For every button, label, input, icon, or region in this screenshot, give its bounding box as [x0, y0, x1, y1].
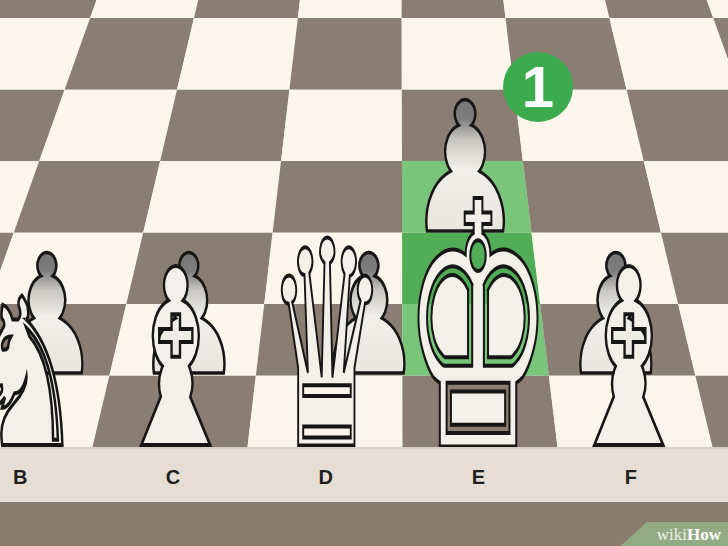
watermark-how-text: How — [687, 526, 721, 543]
file-label-d: D — [318, 465, 333, 488]
square-f4 — [523, 161, 661, 233]
square-c2 — [109, 304, 264, 376]
square-d7 — [298, 0, 402, 18]
square-g7 — [592, 0, 713, 18]
square-d6 — [289, 18, 401, 90]
square-d2 — [256, 304, 402, 376]
file-label-f: F — [625, 465, 638, 488]
watermark-wiki-text: wiki — [657, 526, 687, 543]
square-f1 — [549, 376, 713, 448]
file-label-e: E — [472, 465, 486, 488]
square-f2 — [540, 304, 695, 376]
board-front-edge — [0, 502, 728, 546]
square-f7 — [497, 0, 610, 18]
square-e2 — [402, 304, 549, 376]
step-number: 1 — [522, 58, 554, 116]
square-e4 — [402, 161, 532, 233]
square-b1 — [0, 376, 109, 448]
square-d4 — [273, 161, 402, 233]
square-b7 — [90, 0, 211, 18]
square-g5 — [627, 90, 728, 162]
square-e6 — [402, 18, 515, 90]
square-e7 — [402, 0, 506, 18]
file-label-b: B — [13, 465, 28, 488]
file-label-c: C — [166, 465, 181, 488]
square-d5 — [281, 90, 402, 162]
square-b2 — [0, 304, 126, 376]
square-b3 — [0, 233, 143, 305]
square-f3 — [532, 233, 679, 305]
square-d1 — [248, 376, 403, 448]
file-label-strip: BCDEF — [0, 447, 728, 504]
square-e1 — [402, 376, 557, 448]
square-c1 — [93, 376, 256, 448]
square-c6 — [177, 18, 298, 90]
chess-step-illustration: ♟♟♟♟♟♞♝♛♚♝ BCDEF 1 wikiHow — [0, 0, 728, 546]
square-c3 — [126, 233, 272, 305]
square-c7 — [194, 0, 306, 18]
square-g6 — [609, 18, 728, 90]
square-b4 — [14, 161, 160, 233]
square-d3 — [264, 233, 402, 305]
square-c5 — [160, 90, 289, 162]
square-c4 — [143, 161, 281, 233]
step-number-badge: 1 — [503, 52, 573, 122]
square-e3 — [402, 233, 540, 305]
